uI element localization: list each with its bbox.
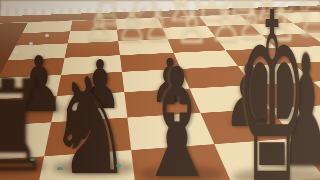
white-pawn-h2[interactable]: ♙ [84, 5, 114, 46]
black-rook-h8[interactable]: ♜ [0, 63, 51, 180]
frame-coordinate-mark [45, 34, 49, 37]
photo-scene: ♙ ♙ ♙ ♙ ♙ ♙ ♙ ♖ ♘ ♗ ♔ ♕ ♗ ♘ ♖ ♟ ♟ ♟ ♟ ♟ … [0, 0, 320, 180]
felt-dot [57, 167, 63, 170]
black-king-e8[interactable]: ♚ [236, 0, 307, 180]
black-knight-g8[interactable]: ♞ [47, 60, 132, 180]
felt-dot [116, 164, 121, 167]
felt-dot [30, 158, 35, 161]
black-bishop-f8[interactable]: ♝ [136, 48, 218, 180]
